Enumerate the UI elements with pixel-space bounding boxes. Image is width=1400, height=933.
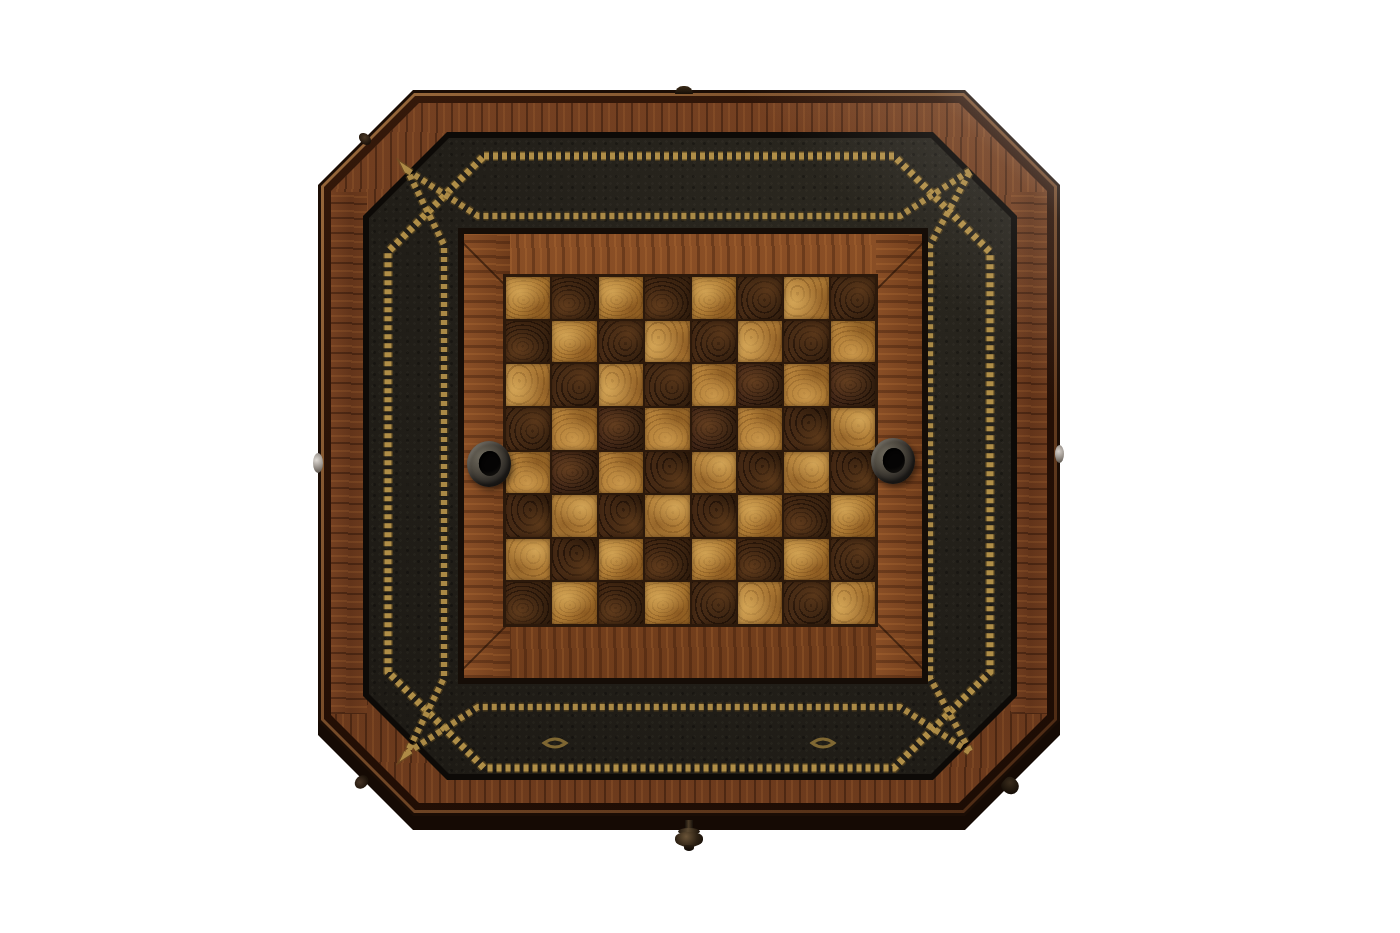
chessboard (503, 274, 878, 627)
board-square-f7 (738, 321, 782, 363)
board-square-g1 (784, 582, 828, 624)
board-square-c6 (599, 364, 643, 406)
games-table (318, 90, 1060, 816)
board-square-d5 (645, 408, 689, 450)
board-square-d8 (645, 277, 689, 319)
board-square-f1 (738, 582, 782, 624)
board-square-g5 (784, 408, 828, 450)
board-square-c4 (599, 452, 643, 494)
board-square-d3 (645, 495, 689, 537)
board-square-e7 (692, 321, 736, 363)
board-square-h2 (831, 539, 875, 581)
board-square-c5 (599, 408, 643, 450)
board-square-d4 (645, 452, 689, 494)
board-square-a3 (506, 495, 550, 537)
board-square-c7 (599, 321, 643, 363)
board-square-g8 (784, 277, 828, 319)
board-square-a4 (506, 452, 550, 494)
board-square-e8 (692, 277, 736, 319)
board-square-b7 (552, 321, 596, 363)
left-ring-pull-knob (467, 441, 511, 487)
board-square-d2 (645, 539, 689, 581)
board-square-e1 (692, 582, 736, 624)
board-square-e5 (692, 408, 736, 450)
board-square-h4 (831, 452, 875, 494)
board-square-e3 (692, 495, 736, 537)
board-square-e2 (692, 539, 736, 581)
board-square-f2 (738, 539, 782, 581)
board-square-a8 (506, 277, 550, 319)
board-square-h8 (831, 277, 875, 319)
board-square-e6 (692, 364, 736, 406)
board-square-g2 (784, 539, 828, 581)
board-square-b2 (552, 539, 596, 581)
board-square-e4 (692, 452, 736, 494)
board-square-b3 (552, 495, 596, 537)
board-square-h7 (831, 321, 875, 363)
board-square-c1 (599, 582, 643, 624)
drawer-knob-tip (684, 845, 694, 851)
board-square-g4 (784, 452, 828, 494)
product-photo (0, 0, 1400, 933)
board-square-d6 (645, 364, 689, 406)
board-square-h3 (831, 495, 875, 537)
board-square-f3 (738, 495, 782, 537)
board-square-b8 (552, 277, 596, 319)
board-square-b1 (552, 582, 596, 624)
board-square-a1 (506, 582, 550, 624)
board-square-g6 (784, 364, 828, 406)
board-square-c2 (599, 539, 643, 581)
left-edge-latch-pin (313, 453, 323, 473)
board-square-b6 (552, 364, 596, 406)
top-edge-latch (675, 86, 693, 94)
board-square-g3 (784, 495, 828, 537)
veneer-grain-left (331, 192, 367, 714)
board-square-g7 (784, 321, 828, 363)
board-square-h5 (831, 408, 875, 450)
board-square-c8 (599, 277, 643, 319)
board-square-a6 (506, 364, 550, 406)
board-square-b5 (552, 408, 596, 450)
board-square-f4 (738, 452, 782, 494)
board-square-f5 (738, 408, 782, 450)
board-square-a7 (506, 321, 550, 363)
board-square-f6 (738, 364, 782, 406)
board-square-d1 (645, 582, 689, 624)
board-square-h6 (831, 364, 875, 406)
front-drawer-knob (674, 820, 704, 852)
board-square-a2 (506, 539, 550, 581)
board-square-d7 (645, 321, 689, 363)
board-square-c3 (599, 495, 643, 537)
right-ring-pull-knob (871, 438, 915, 484)
board-square-a5 (506, 408, 550, 450)
right-edge-latch-pin (1055, 445, 1064, 463)
board-square-b4 (552, 452, 596, 494)
board-square-f8 (738, 277, 782, 319)
board-square-h1 (831, 582, 875, 624)
